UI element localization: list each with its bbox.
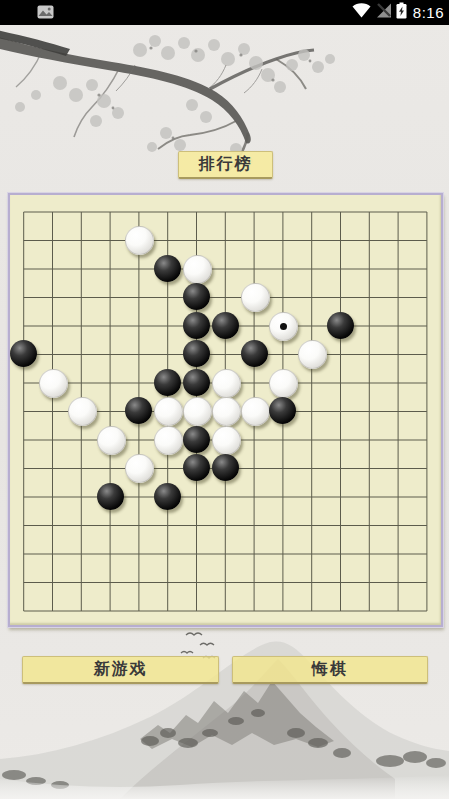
black-stone xyxy=(183,340,210,367)
black-stone xyxy=(154,369,181,396)
black-stone xyxy=(183,426,210,453)
white-stone xyxy=(241,397,270,426)
white-stone xyxy=(154,426,183,455)
last-move-marker xyxy=(280,323,287,330)
white-stone xyxy=(212,369,241,398)
white-stone xyxy=(68,397,97,426)
black-stone xyxy=(183,283,210,310)
white-stone xyxy=(269,369,298,398)
new-game-button-label: 新游戏 xyxy=(94,659,148,680)
white-stone xyxy=(154,397,183,426)
undo-button-label: 悔棋 xyxy=(312,659,348,680)
new-game-button[interactable]: 新游戏 xyxy=(22,656,219,684)
black-stone xyxy=(10,340,37,367)
white-stone xyxy=(183,397,212,426)
white-stone xyxy=(212,426,241,455)
white-stone xyxy=(39,369,68,398)
black-stone xyxy=(212,312,239,339)
mountain-art xyxy=(0,629,449,799)
white-stone xyxy=(212,397,241,426)
black-stone xyxy=(183,312,210,339)
app-screen: 8:16 xyxy=(0,0,449,799)
game-board[interactable] xyxy=(8,193,443,627)
clock: 8:16 xyxy=(411,4,444,21)
black-stone xyxy=(183,369,210,396)
white-stone xyxy=(97,426,126,455)
status-bar: 8:16 xyxy=(0,0,449,25)
undo-button[interactable]: 悔棋 xyxy=(232,656,428,684)
no-sim-icon xyxy=(375,3,392,22)
white-stone xyxy=(183,255,212,284)
wifi-icon xyxy=(352,3,371,22)
white-stone xyxy=(298,340,327,369)
white-stone xyxy=(269,312,298,341)
black-stone xyxy=(241,340,268,367)
screenshot-icon xyxy=(37,5,54,23)
birds-art xyxy=(181,633,215,658)
leaderboard-button-label: 排行榜 xyxy=(199,154,253,175)
battery-charging-icon xyxy=(396,2,407,23)
black-stone xyxy=(327,312,354,339)
black-stone xyxy=(183,454,210,481)
black-stone xyxy=(154,255,181,282)
black-stone xyxy=(212,454,239,481)
black-stone xyxy=(97,483,124,510)
white-stone xyxy=(241,283,270,312)
black-stone xyxy=(154,483,181,510)
leaderboard-button[interactable]: 排行榜 xyxy=(178,151,273,179)
